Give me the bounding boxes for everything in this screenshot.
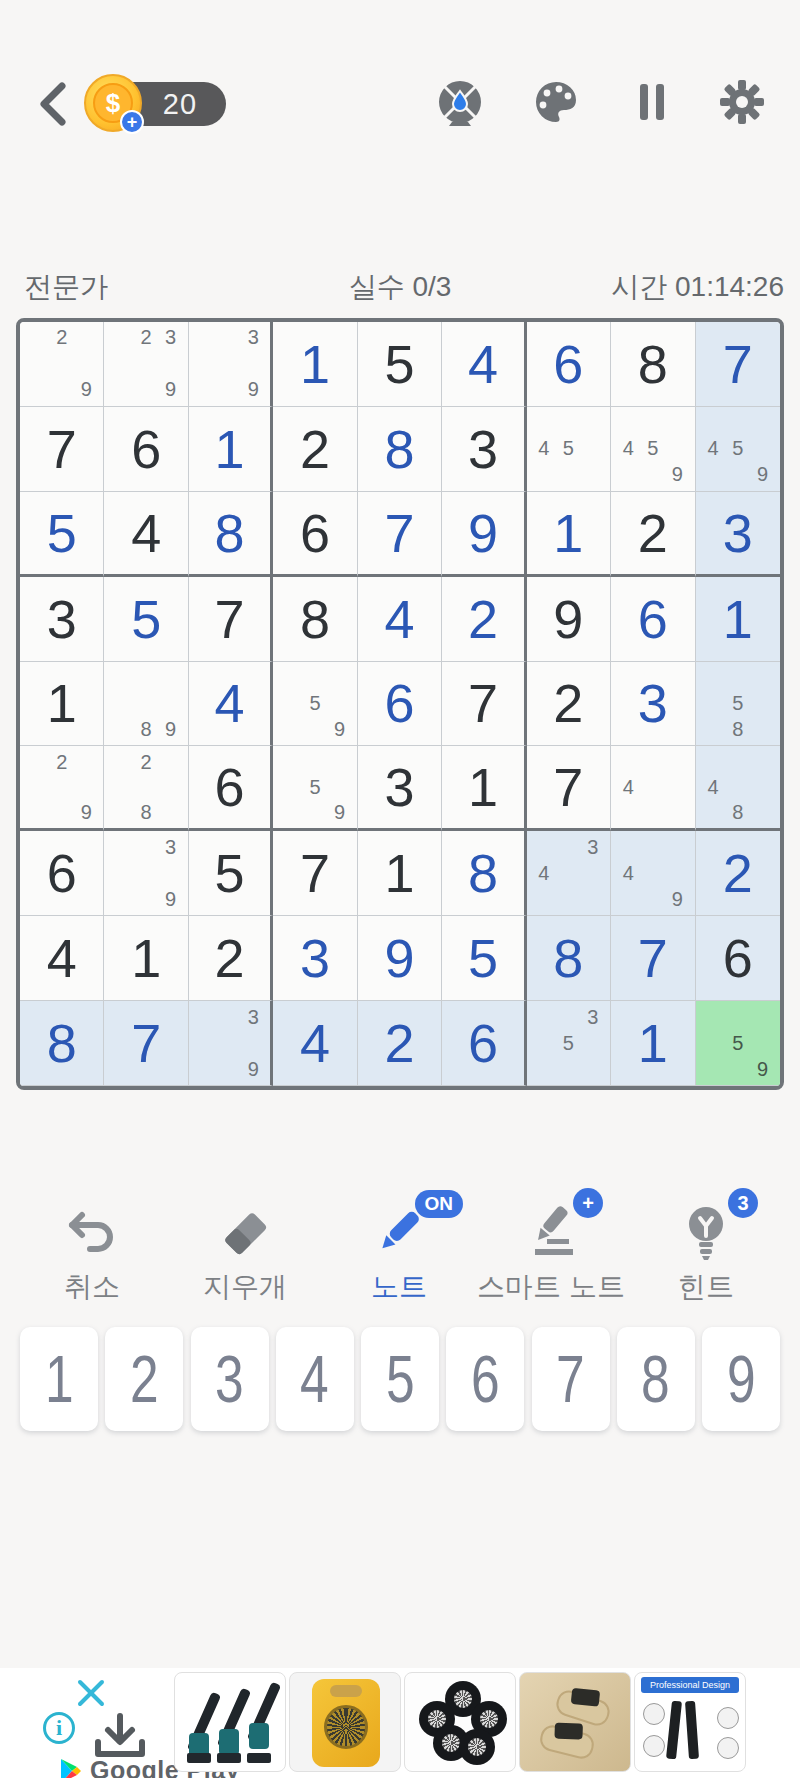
cell-notes: 39	[109, 834, 182, 912]
cell-value: 2	[273, 407, 356, 491]
cell-r5c1[interactable]: 1	[20, 662, 104, 747]
cell-r6c8[interactable]: 4	[611, 746, 695, 831]
cell-notes: 59	[701, 1004, 775, 1082]
cell-value: 4	[442, 322, 523, 406]
cell-r8c9[interactable]: 6	[696, 916, 780, 1001]
bulb-icon: 3	[674, 1198, 738, 1264]
cell-value: 2	[358, 1001, 441, 1085]
cell-value: 1	[358, 831, 441, 915]
tool-hint-button[interactable]: 3힌트	[651, 1198, 761, 1310]
cell-value: 6	[442, 1001, 523, 1085]
ad-product-can-opener[interactable]: Professional Design	[634, 1672, 746, 1772]
tool-hint-badge: 3	[728, 1188, 758, 1218]
cell-value: 9	[358, 916, 441, 1000]
cell-r8c5[interactable]: 9	[358, 916, 442, 1001]
number-pad: 123456789	[20, 1327, 780, 1431]
tool-undo-button[interactable]: 취소	[37, 1198, 147, 1310]
numpad-key-3[interactable]: 3	[191, 1327, 269, 1431]
cell-r8c6[interactable]: 5	[442, 916, 526, 1001]
cell-notes: 59	[278, 749, 351, 825]
ad-product-chainsaws[interactable]	[174, 1672, 286, 1772]
cell-r7c5[interactable]: 1	[358, 831, 442, 916]
cell-r4c7[interactable]: 9	[527, 577, 611, 662]
cell-value: 5	[104, 577, 187, 661]
cell-notes: 89	[109, 665, 182, 743]
tool-smart-notes-label: 스마트 노트	[477, 1268, 625, 1306]
cell-value: 2	[527, 662, 610, 746]
ad-product-sandals[interactable]	[519, 1672, 631, 1772]
cell-r8c8[interactable]: 7	[611, 916, 695, 1001]
cell-value: 8	[611, 322, 694, 406]
cell-r9c3[interactable]: 39	[189, 1001, 273, 1086]
cell-r9c7[interactable]: 35	[527, 1001, 611, 1086]
cell-value: 7	[611, 916, 694, 1000]
cell-r5c4[interactable]: 59	[273, 662, 357, 747]
cell-value: 8	[442, 831, 523, 915]
numpad-key-1[interactable]: 1	[20, 1327, 98, 1431]
cell-r6c7[interactable]: 7	[527, 746, 611, 831]
cell-value: 5	[189, 831, 270, 915]
cell-value: 1	[527, 492, 610, 574]
timer: 시간 01:14:26	[611, 268, 784, 306]
cell-r5c6[interactable]: 7	[442, 662, 526, 747]
cell-value: 6	[527, 322, 610, 406]
cell-value: 9	[442, 492, 523, 574]
cell-value: 3	[358, 746, 441, 828]
ad-product-portable-fan[interactable]	[289, 1672, 401, 1772]
cell-value: 1	[442, 746, 523, 828]
cell-value: 1	[104, 916, 187, 1000]
cell-r6c1[interactable]: 29	[20, 746, 104, 831]
tool-smart-notes-badge: +	[573, 1188, 603, 1218]
coin-count: 20	[135, 88, 197, 121]
cell-value: 8	[20, 1001, 103, 1085]
status-row: 전문가 실수 0/3 시간 01:14:26	[16, 268, 784, 306]
cell-notes: 35	[532, 1004, 605, 1082]
cell-r7c4[interactable]: 7	[273, 831, 357, 916]
cell-r8c4[interactable]: 3	[273, 916, 357, 1001]
cell-value: 8	[273, 577, 356, 661]
cell-r9c2[interactable]: 7	[104, 1001, 188, 1086]
tool-eraser-button[interactable]: 지우개	[190, 1198, 300, 1310]
cell-r7c3[interactable]: 5	[189, 831, 273, 916]
info-icon[interactable]: i	[43, 1712, 75, 1744]
cell-r5c8[interactable]: 3	[611, 662, 695, 747]
cell-r3c8[interactable]: 2	[611, 492, 695, 577]
cell-notes: 4	[616, 749, 689, 825]
cell-value: 2	[611, 492, 694, 574]
cell-r2c2[interactable]: 6	[104, 407, 188, 492]
cell-r7c1[interactable]: 6	[20, 831, 104, 916]
cell-r1c2[interactable]: 239	[104, 322, 188, 407]
cell-notes: 29	[25, 325, 98, 403]
tool-hint-label: 힌트	[678, 1268, 734, 1306]
palette-icon[interactable]	[532, 78, 580, 126]
cell-r6c9[interactable]: 48	[696, 746, 780, 831]
gear-icon[interactable]	[718, 78, 766, 126]
tool-undo-label: 취소	[64, 1268, 120, 1306]
coin-counter[interactable]: 20 $ +	[84, 74, 229, 132]
cell-r7c7[interactable]: 34	[527, 831, 611, 916]
cell-r4c1[interactable]: 3	[20, 577, 104, 662]
tool-bar: 취소지우개ON노트+스마트 노트3힌트	[0, 1198, 800, 1310]
cell-value: 7	[442, 662, 523, 746]
cell-value: 7	[20, 407, 103, 491]
cell-value: 2	[442, 577, 523, 661]
cell-r2c7[interactable]: 45	[527, 407, 611, 492]
close-icon[interactable]	[76, 1678, 106, 1708]
ad-banner[interactable]: i Google Play Professional Design	[0, 1668, 800, 1778]
cell-value: 6	[273, 492, 356, 574]
numpad-key-2[interactable]: 2	[105, 1327, 183, 1431]
cell-r3c9[interactable]: 3	[696, 492, 780, 577]
cell-r9c4[interactable]: 4	[273, 1001, 357, 1086]
cell-r2c8[interactable]: 459	[611, 407, 695, 492]
cell-r8c7[interactable]: 8	[527, 916, 611, 1001]
cell-notes: 58	[701, 665, 775, 743]
cell-value: 4	[104, 492, 187, 574]
cell-r9c8[interactable]: 1	[611, 1001, 695, 1086]
cell-notes: 239	[109, 325, 182, 403]
cell-r4c5[interactable]: 4	[358, 577, 442, 662]
cell-notes: 34	[532, 834, 605, 912]
cell-value: 1	[189, 407, 270, 491]
cell-r5c2[interactable]: 89	[104, 662, 188, 747]
cell-value: 6	[358, 662, 441, 746]
cell-r2c5[interactable]: 8	[358, 407, 442, 492]
cell-r3c4[interactable]: 6	[273, 492, 357, 577]
cell-value: 1	[611, 1001, 694, 1085]
cell-value: 4	[358, 577, 441, 661]
cell-value: 1	[20, 662, 103, 746]
cell-value: 1	[273, 322, 356, 406]
cell-r3c5[interactable]: 7	[358, 492, 442, 577]
cell-value: 3	[611, 662, 694, 746]
cell-r7c6[interactable]: 8	[442, 831, 526, 916]
undo-icon	[60, 1198, 124, 1264]
tool-notes-badge: ON	[415, 1190, 464, 1218]
cell-r6c3[interactable]: 6	[189, 746, 273, 831]
eraser-icon	[213, 1198, 277, 1264]
cell-r9c1[interactable]: 8	[20, 1001, 104, 1086]
tool-eraser-label: 지우개	[203, 1268, 287, 1306]
cell-value: 8	[527, 916, 610, 1000]
cell-r3c2[interactable]: 4	[104, 492, 188, 577]
play-triangle-icon	[60, 1759, 82, 1778]
cell-r4c3[interactable]: 7	[189, 577, 273, 662]
numpad-key-5[interactable]: 5	[361, 1327, 439, 1431]
cell-r9c6[interactable]: 6	[442, 1001, 526, 1086]
cell-value: 3	[696, 492, 780, 574]
cell-r3c1[interactable]: 5	[20, 492, 104, 577]
cell-r1c8[interactable]: 8	[611, 322, 695, 407]
cell-value: 5	[20, 492, 103, 574]
cell-r8c2[interactable]: 1	[104, 916, 188, 1001]
cell-r2c4[interactable]: 2	[273, 407, 357, 492]
cell-r2c3[interactable]: 1	[189, 407, 273, 492]
cell-r5c3[interactable]: 4	[189, 662, 273, 747]
cell-r7c2[interactable]: 39	[104, 831, 188, 916]
cell-r7c9[interactable]: 2	[696, 831, 780, 916]
cell-value: 5	[358, 322, 441, 406]
cell-r6c2[interactable]: 28	[104, 746, 188, 831]
cell-r4c6[interactable]: 2	[442, 577, 526, 662]
cell-r8c1[interactable]: 4	[20, 916, 104, 1001]
cell-r6c6[interactable]: 1	[442, 746, 526, 831]
pen-icon: ON	[367, 1198, 431, 1264]
numpad-key-8[interactable]: 8	[617, 1327, 695, 1431]
cell-notes: 49	[616, 834, 689, 912]
cell-notes: 29	[25, 749, 98, 825]
cell-value: 3	[273, 916, 356, 1000]
top-bar: 20 $ +	[0, 0, 800, 70]
sudoku-grid[interactable]: 2923939154687761283454594595486791233578…	[16, 318, 784, 1090]
cell-r4c8[interactable]: 6	[611, 577, 695, 662]
cell-value: 4	[273, 1001, 356, 1085]
cell-value: 7	[696, 322, 780, 406]
cell-notes: 48	[701, 749, 775, 825]
cell-r1c1[interactable]: 29	[20, 322, 104, 407]
numpad-key-9[interactable]: 9	[702, 1327, 780, 1431]
cell-value: 8	[189, 492, 270, 574]
cell-r2c6[interactable]: 3	[442, 407, 526, 492]
cell-r5c9[interactable]: 58	[696, 662, 780, 747]
cell-value: 7	[104, 1001, 187, 1085]
coin-plus-icon[interactable]: +	[120, 110, 144, 134]
cell-notes: 59	[278, 665, 351, 743]
cell-notes: 39	[194, 1004, 265, 1082]
numpad-key-6[interactable]: 6	[446, 1327, 524, 1431]
numpad-key-7[interactable]: 7	[532, 1327, 610, 1431]
cell-notes: 28	[109, 749, 182, 825]
cell-r9c5[interactable]: 2	[358, 1001, 442, 1086]
spin-wheel-icon[interactable]	[436, 78, 484, 126]
pause-icon[interactable]	[628, 78, 676, 126]
tool-notes-label: 노트	[371, 1268, 427, 1306]
cell-r1c6[interactable]: 4	[442, 322, 526, 407]
cell-r4c2[interactable]: 5	[104, 577, 188, 662]
cell-value: 1	[696, 577, 780, 661]
cell-notes: 45	[532, 410, 605, 488]
cell-value: 6	[189, 746, 270, 828]
cell-r1c7[interactable]: 6	[527, 322, 611, 407]
cell-value: 7	[358, 492, 441, 574]
cell-notes: 39	[194, 325, 265, 403]
cell-r1c3[interactable]: 39	[189, 322, 273, 407]
cell-r6c5[interactable]: 3	[358, 746, 442, 831]
cell-r4c4[interactable]: 8	[273, 577, 357, 662]
cell-r1c9[interactable]: 7	[696, 322, 780, 407]
cell-value: 6	[696, 916, 780, 1000]
cell-r3c6[interactable]: 9	[442, 492, 526, 577]
cell-r4c9[interactable]: 1	[696, 577, 780, 662]
numpad-key-4[interactable]: 4	[276, 1327, 354, 1431]
cell-r8c3[interactable]: 2	[189, 916, 273, 1001]
cell-r5c7[interactable]: 2	[527, 662, 611, 747]
cell-value: 5	[442, 916, 523, 1000]
cell-notes: 459	[701, 410, 775, 488]
smart-pen-icon: +	[519, 1198, 583, 1264]
cell-notes: 459	[616, 410, 689, 488]
cell-r6c4[interactable]: 59	[273, 746, 357, 831]
cell-value: 4	[20, 916, 103, 1000]
cell-value: 6	[611, 577, 694, 661]
cell-value: 8	[358, 407, 441, 491]
back-icon[interactable]	[34, 80, 70, 128]
cell-r2c1[interactable]: 7	[20, 407, 104, 492]
cell-r1c5[interactable]: 5	[358, 322, 442, 407]
tool-notes-button[interactable]: ON노트	[344, 1198, 454, 1310]
cell-r1c4[interactable]: 1	[273, 322, 357, 407]
cell-r3c3[interactable]: 8	[189, 492, 273, 577]
cell-r9c9[interactable]: 59	[696, 1001, 780, 1086]
ad-product-banner-text: Professional Design	[641, 1677, 739, 1693]
cell-r7c8[interactable]: 49	[611, 831, 695, 916]
cell-value: 6	[20, 831, 103, 915]
cell-r5c5[interactable]: 6	[358, 662, 442, 747]
ad-product-electric-shaver[interactable]	[404, 1672, 516, 1772]
cell-value: 2	[189, 916, 270, 1000]
cell-value: 3	[442, 407, 523, 491]
cell-value: 2	[696, 831, 780, 915]
cell-r2c9[interactable]: 459	[696, 407, 780, 492]
cell-value: 9	[527, 577, 610, 661]
cell-value: 7	[273, 831, 356, 915]
cell-value: 6	[104, 407, 187, 491]
cell-value: 7	[189, 577, 270, 661]
tool-smart-notes-button[interactable]: +스마트 노트	[466, 1198, 636, 1310]
cell-value: 3	[20, 577, 103, 661]
cell-r3c7[interactable]: 1	[527, 492, 611, 577]
cell-value: 7	[527, 746, 610, 828]
cell-value: 4	[189, 662, 270, 746]
